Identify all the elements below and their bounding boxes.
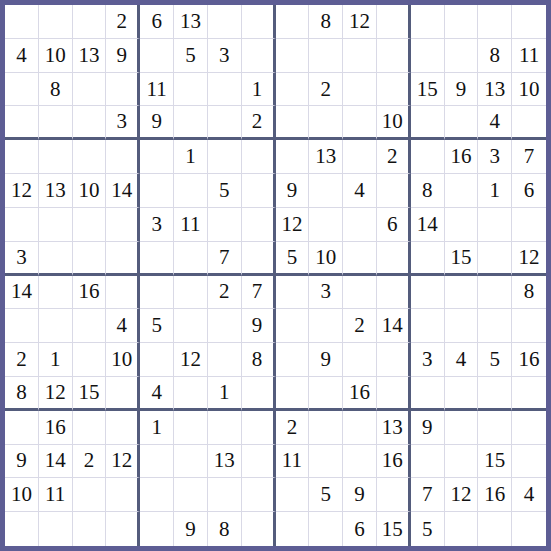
cell-r16c8[interactable]	[242, 512, 276, 546]
cell-r7c11[interactable]	[343, 208, 377, 242]
cell-r1c5[interactable]: 6	[140, 5, 174, 39]
cell-r9c16[interactable]: 8	[512, 276, 546, 310]
cell-r7c7[interactable]	[208, 208, 242, 242]
cell-r2c11[interactable]	[343, 39, 377, 73]
cell-r4c7[interactable]	[208, 106, 242, 140]
cell-r5c3[interactable]	[73, 140, 107, 174]
cell-r13c1[interactable]	[5, 411, 39, 445]
cell-r13c4[interactable]	[106, 411, 140, 445]
cell-r13c2[interactable]: 16	[39, 411, 73, 445]
cell-r3c4[interactable]	[106, 73, 140, 107]
cell-r8c1[interactable]: 3	[5, 242, 39, 276]
cell-r3c15[interactable]: 13	[478, 73, 512, 107]
cell-r15c15[interactable]: 16	[478, 478, 512, 512]
cell-r10c1[interactable]	[5, 309, 39, 343]
cell-r11c13[interactable]: 3	[411, 343, 445, 377]
cell-r3c14[interactable]: 9	[445, 73, 479, 107]
cell-r4c3[interactable]	[73, 106, 107, 140]
cell-r10c10[interactable]	[309, 309, 343, 343]
cell-r12c15[interactable]	[478, 377, 512, 411]
cell-r16c2[interactable]	[39, 512, 73, 546]
cell-r11c8[interactable]: 8	[242, 343, 276, 377]
cell-r2c12[interactable]	[377, 39, 411, 73]
cell-r1c8[interactable]	[242, 5, 276, 39]
cell-r10c12[interactable]: 14	[377, 309, 411, 343]
cell-r8c9[interactable]: 5	[276, 242, 310, 276]
cell-r16c14[interactable]	[445, 512, 479, 546]
cell-r15c10[interactable]: 5	[309, 478, 343, 512]
cell-r4c16[interactable]	[512, 106, 546, 140]
cell-r14c11[interactable]	[343, 445, 377, 479]
cell-r4c14[interactable]	[445, 106, 479, 140]
cell-r12c5[interactable]: 4	[140, 377, 174, 411]
cell-r15c5[interactable]	[140, 478, 174, 512]
cell-r5c4[interactable]	[106, 140, 140, 174]
cell-r4c12[interactable]: 10	[377, 106, 411, 140]
cell-r14c1[interactable]: 9	[5, 445, 39, 479]
cell-r8c10[interactable]: 10	[309, 242, 343, 276]
cell-r3c9[interactable]	[276, 73, 310, 107]
cell-r10c16[interactable]	[512, 309, 546, 343]
cell-r13c12[interactable]: 13	[377, 411, 411, 445]
cell-r13c8[interactable]	[242, 411, 276, 445]
cell-r13c5[interactable]: 1	[140, 411, 174, 445]
cell-r10c8[interactable]: 9	[242, 309, 276, 343]
cell-r8c7[interactable]: 7	[208, 242, 242, 276]
cell-r11c16[interactable]: 16	[512, 343, 546, 377]
cell-r16c12[interactable]: 15	[377, 512, 411, 546]
cell-r7c12[interactable]: 6	[377, 208, 411, 242]
cell-r4c4[interactable]: 3	[106, 106, 140, 140]
cell-r11c5[interactable]	[140, 343, 174, 377]
cell-r15c4[interactable]	[106, 478, 140, 512]
cell-r11c10[interactable]: 9	[309, 343, 343, 377]
cell-r4c13[interactable]	[411, 106, 445, 140]
cell-r14c14[interactable]	[445, 445, 479, 479]
cell-r15c9[interactable]	[276, 478, 310, 512]
cell-r5c5[interactable]	[140, 140, 174, 174]
cell-r9c4[interactable]	[106, 276, 140, 310]
cell-r1c12[interactable]	[377, 5, 411, 39]
cell-r9c8[interactable]: 7	[242, 276, 276, 310]
cell-r9c5[interactable]	[140, 276, 174, 310]
cell-r12c4[interactable]	[106, 377, 140, 411]
cell-r5c13[interactable]	[411, 140, 445, 174]
cell-r10c5[interactable]: 5	[140, 309, 174, 343]
cell-r5c16[interactable]: 7	[512, 140, 546, 174]
cell-r14c3[interactable]: 2	[73, 445, 107, 479]
cell-r12c10[interactable]	[309, 377, 343, 411]
cell-r3c5[interactable]: 11	[140, 73, 174, 107]
cell-r4c9[interactable]	[276, 106, 310, 140]
cell-r1c11[interactable]: 12	[343, 5, 377, 39]
cell-r15c8[interactable]	[242, 478, 276, 512]
cell-r8c5[interactable]	[140, 242, 174, 276]
cell-r14c12[interactable]: 16	[377, 445, 411, 479]
cell-r5c10[interactable]: 13	[309, 140, 343, 174]
cell-r4c2[interactable]	[39, 106, 73, 140]
cell-r3c7[interactable]	[208, 73, 242, 107]
cell-r5c1[interactable]	[5, 140, 39, 174]
cell-r16c10[interactable]	[309, 512, 343, 546]
cell-r11c2[interactable]: 1	[39, 343, 73, 377]
cell-r4c11[interactable]	[343, 106, 377, 140]
cell-r7c14[interactable]	[445, 208, 479, 242]
cell-r6c11[interactable]: 4	[343, 174, 377, 208]
cell-r2c6[interactable]: 5	[174, 39, 208, 73]
cell-r5c8[interactable]	[242, 140, 276, 174]
cell-r2c9[interactable]	[276, 39, 310, 73]
cell-r2c1[interactable]: 4	[5, 39, 39, 73]
cell-r11c9[interactable]	[276, 343, 310, 377]
cell-r4c1[interactable]	[5, 106, 39, 140]
cell-r8c12[interactable]	[377, 242, 411, 276]
cell-r2c10[interactable]	[309, 39, 343, 73]
cell-r14c7[interactable]: 13	[208, 445, 242, 479]
cell-r10c4[interactable]: 4	[106, 309, 140, 343]
cell-r1c10[interactable]: 8	[309, 5, 343, 39]
cell-r7c2[interactable]	[39, 208, 73, 242]
cell-r16c7[interactable]: 8	[208, 512, 242, 546]
cell-r15c13[interactable]: 7	[411, 478, 445, 512]
cell-r15c14[interactable]: 12	[445, 478, 479, 512]
cell-r16c15[interactable]	[478, 512, 512, 546]
cell-r8c6[interactable]	[174, 242, 208, 276]
cell-r8c2[interactable]	[39, 242, 73, 276]
cell-r6c4[interactable]: 14	[106, 174, 140, 208]
cell-r3c16[interactable]: 10	[512, 73, 546, 107]
cell-r7c9[interactable]: 12	[276, 208, 310, 242]
cell-r14c15[interactable]: 15	[478, 445, 512, 479]
cell-r3c3[interactable]	[73, 73, 107, 107]
cell-r7c13[interactable]: 14	[411, 208, 445, 242]
cell-r5c11[interactable]	[343, 140, 377, 174]
cell-r9c3[interactable]: 16	[73, 276, 107, 310]
cell-r8c14[interactable]: 15	[445, 242, 479, 276]
cell-r16c5[interactable]	[140, 512, 174, 546]
cell-r10c15[interactable]	[478, 309, 512, 343]
cell-r8c16[interactable]: 12	[512, 242, 546, 276]
cell-r12c2[interactable]: 12	[39, 377, 73, 411]
cell-r16c4[interactable]	[106, 512, 140, 546]
cell-r13c7[interactable]	[208, 411, 242, 445]
cell-r6c5[interactable]	[140, 174, 174, 208]
cell-r2c16[interactable]: 11	[512, 39, 546, 73]
cell-r4c10[interactable]	[309, 106, 343, 140]
cell-r15c12[interactable]	[377, 478, 411, 512]
cell-r15c1[interactable]: 10	[5, 478, 39, 512]
cell-r12c8[interactable]	[242, 377, 276, 411]
cell-r7c4[interactable]	[106, 208, 140, 242]
cell-r15c16[interactable]: 4	[512, 478, 546, 512]
cell-r13c3[interactable]	[73, 411, 107, 445]
cell-r2c7[interactable]: 3	[208, 39, 242, 73]
cell-r5c7[interactable]	[208, 140, 242, 174]
cell-r2c13[interactable]	[411, 39, 445, 73]
cell-r16c11[interactable]: 6	[343, 512, 377, 546]
cell-r2c14[interactable]	[445, 39, 479, 73]
cell-r13c10[interactable]	[309, 411, 343, 445]
cell-r7c16[interactable]	[512, 208, 546, 242]
cell-r8c13[interactable]	[411, 242, 445, 276]
cell-r4c5[interactable]: 9	[140, 106, 174, 140]
cell-r3c13[interactable]: 15	[411, 73, 445, 107]
cell-r11c1[interactable]: 2	[5, 343, 39, 377]
cell-r6c10[interactable]	[309, 174, 343, 208]
cell-r7c6[interactable]: 11	[174, 208, 208, 242]
cell-r5c14[interactable]: 16	[445, 140, 479, 174]
cell-r15c11[interactable]: 9	[343, 478, 377, 512]
cell-r14c13[interactable]	[411, 445, 445, 479]
cell-r16c6[interactable]: 9	[174, 512, 208, 546]
cell-r6c9[interactable]: 9	[276, 174, 310, 208]
cell-r9c10[interactable]: 3	[309, 276, 343, 310]
cell-r16c13[interactable]: 5	[411, 512, 445, 546]
cell-r12c14[interactable]	[445, 377, 479, 411]
cell-r11c6[interactable]: 12	[174, 343, 208, 377]
cell-r11c14[interactable]: 4	[445, 343, 479, 377]
cell-r6c14[interactable]	[445, 174, 479, 208]
cell-r3c11[interactable]	[343, 73, 377, 107]
cell-r6c3[interactable]: 10	[73, 174, 107, 208]
cell-r15c3[interactable]	[73, 478, 107, 512]
cell-r1c13[interactable]	[411, 5, 445, 39]
cell-r12c1[interactable]: 8	[5, 377, 39, 411]
cell-r15c7[interactable]	[208, 478, 242, 512]
cell-r3c6[interactable]	[174, 73, 208, 107]
cell-r5c2[interactable]	[39, 140, 73, 174]
cell-r2c4[interactable]: 9	[106, 39, 140, 73]
cell-r9c15[interactable]	[478, 276, 512, 310]
cell-r4c6[interactable]	[174, 106, 208, 140]
cell-r8c11[interactable]	[343, 242, 377, 276]
cell-r14c6[interactable]	[174, 445, 208, 479]
cell-r1c4[interactable]: 2	[106, 5, 140, 39]
cell-r10c14[interactable]	[445, 309, 479, 343]
cell-r2c8[interactable]	[242, 39, 276, 73]
cell-r12c9[interactable]	[276, 377, 310, 411]
cell-r2c3[interactable]: 13	[73, 39, 107, 73]
cell-r3c12[interactable]	[377, 73, 411, 107]
cell-r1c2[interactable]	[39, 5, 73, 39]
cell-r10c2[interactable]	[39, 309, 73, 343]
cell-r6c8[interactable]	[242, 174, 276, 208]
cell-r1c9[interactable]	[276, 5, 310, 39]
cell-r12c13[interactable]	[411, 377, 445, 411]
cell-r14c8[interactable]	[242, 445, 276, 479]
cell-r12c7[interactable]: 1	[208, 377, 242, 411]
cell-r9c12[interactable]	[377, 276, 411, 310]
cell-r9c2[interactable]	[39, 276, 73, 310]
cell-r10c11[interactable]: 2	[343, 309, 377, 343]
cell-r13c9[interactable]: 2	[276, 411, 310, 445]
cell-r7c8[interactable]	[242, 208, 276, 242]
cell-r10c6[interactable]	[174, 309, 208, 343]
cell-r2c5[interactable]	[140, 39, 174, 73]
cell-r11c12[interactable]	[377, 343, 411, 377]
cell-r14c9[interactable]: 11	[276, 445, 310, 479]
cell-r12c3[interactable]: 15	[73, 377, 107, 411]
cell-r10c9[interactable]	[276, 309, 310, 343]
cell-r11c11[interactable]	[343, 343, 377, 377]
cell-r3c2[interactable]: 8	[39, 73, 73, 107]
cell-r8c8[interactable]	[242, 242, 276, 276]
cell-r6c1[interactable]: 12	[5, 174, 39, 208]
cell-r9c13[interactable]	[411, 276, 445, 310]
cell-r9c7[interactable]: 2	[208, 276, 242, 310]
cell-r13c6[interactable]	[174, 411, 208, 445]
cell-r12c12[interactable]	[377, 377, 411, 411]
cell-r9c14[interactable]	[445, 276, 479, 310]
cell-r16c16[interactable]	[512, 512, 546, 546]
cell-r13c16[interactable]	[512, 411, 546, 445]
cell-r15c6[interactable]	[174, 478, 208, 512]
cell-r11c4[interactable]: 10	[106, 343, 140, 377]
cell-r8c3[interactable]	[73, 242, 107, 276]
cell-r14c4[interactable]: 12	[106, 445, 140, 479]
cell-r14c2[interactable]: 14	[39, 445, 73, 479]
cell-r4c15[interactable]: 4	[478, 106, 512, 140]
cell-r6c15[interactable]: 1	[478, 174, 512, 208]
cell-r5c12[interactable]: 2	[377, 140, 411, 174]
cell-r11c7[interactable]	[208, 343, 242, 377]
cell-r13c11[interactable]	[343, 411, 377, 445]
cell-r10c13[interactable]	[411, 309, 445, 343]
cell-r13c13[interactable]: 9	[411, 411, 445, 445]
cell-r5c9[interactable]	[276, 140, 310, 174]
cell-r6c6[interactable]	[174, 174, 208, 208]
cell-r1c14[interactable]	[445, 5, 479, 39]
cell-r3c10[interactable]: 2	[309, 73, 343, 107]
cell-r12c11[interactable]: 16	[343, 377, 377, 411]
cell-r14c16[interactable]	[512, 445, 546, 479]
cell-r10c7[interactable]	[208, 309, 242, 343]
cell-r2c15[interactable]: 8	[478, 39, 512, 73]
cell-r7c10[interactable]	[309, 208, 343, 242]
cell-r6c2[interactable]: 13	[39, 174, 73, 208]
cell-r9c11[interactable]	[343, 276, 377, 310]
cell-r3c8[interactable]: 1	[242, 73, 276, 107]
cell-r7c1[interactable]	[5, 208, 39, 242]
cell-r9c1[interactable]: 14	[5, 276, 39, 310]
cell-r12c6[interactable]	[174, 377, 208, 411]
cell-r3c1[interactable]	[5, 73, 39, 107]
cell-r16c3[interactable]	[73, 512, 107, 546]
sudoku-page: 2613812410139538118111215913103921041132…	[0, 0, 551, 551]
cell-r1c15[interactable]	[478, 5, 512, 39]
cell-r7c3[interactable]	[73, 208, 107, 242]
cell-r11c15[interactable]: 5	[478, 343, 512, 377]
cell-r1c1[interactable]	[5, 5, 39, 39]
cell-r7c15[interactable]	[478, 208, 512, 242]
cell-r14c5[interactable]	[140, 445, 174, 479]
cell-r6c12[interactable]	[377, 174, 411, 208]
cell-r5c6[interactable]: 1	[174, 140, 208, 174]
cell-r1c7[interactable]	[208, 5, 242, 39]
cell-r14c10[interactable]	[309, 445, 343, 479]
cell-r9c6[interactable]	[174, 276, 208, 310]
cell-r5c15[interactable]: 3	[478, 140, 512, 174]
cell-r4c8[interactable]: 2	[242, 106, 276, 140]
sudoku-board: 2613812410139538118111215913103921041132…	[0, 0, 551, 551]
cell-r11c3[interactable]	[73, 343, 107, 377]
cell-r13c15[interactable]	[478, 411, 512, 445]
cell-r8c15[interactable]	[478, 242, 512, 276]
cell-r2c2[interactable]: 10	[39, 39, 73, 73]
cell-r6c16[interactable]: 6	[512, 174, 546, 208]
cell-r6c7[interactable]: 5	[208, 174, 242, 208]
cell-r8c4[interactable]	[106, 242, 140, 276]
cell-r15c2[interactable]: 11	[39, 478, 73, 512]
cell-r16c9[interactable]	[276, 512, 310, 546]
cell-r7c5[interactable]: 3	[140, 208, 174, 242]
cell-r16c1[interactable]	[5, 512, 39, 546]
cell-r10c3[interactable]	[73, 309, 107, 343]
cell-r1c3[interactable]	[73, 5, 107, 39]
cell-r1c6[interactable]: 13	[174, 5, 208, 39]
cell-r12c16[interactable]	[512, 377, 546, 411]
cell-r13c14[interactable]	[445, 411, 479, 445]
cell-r1c16[interactable]	[512, 5, 546, 39]
cell-r9c9[interactable]	[276, 276, 310, 310]
cell-r6c13[interactable]: 8	[411, 174, 445, 208]
